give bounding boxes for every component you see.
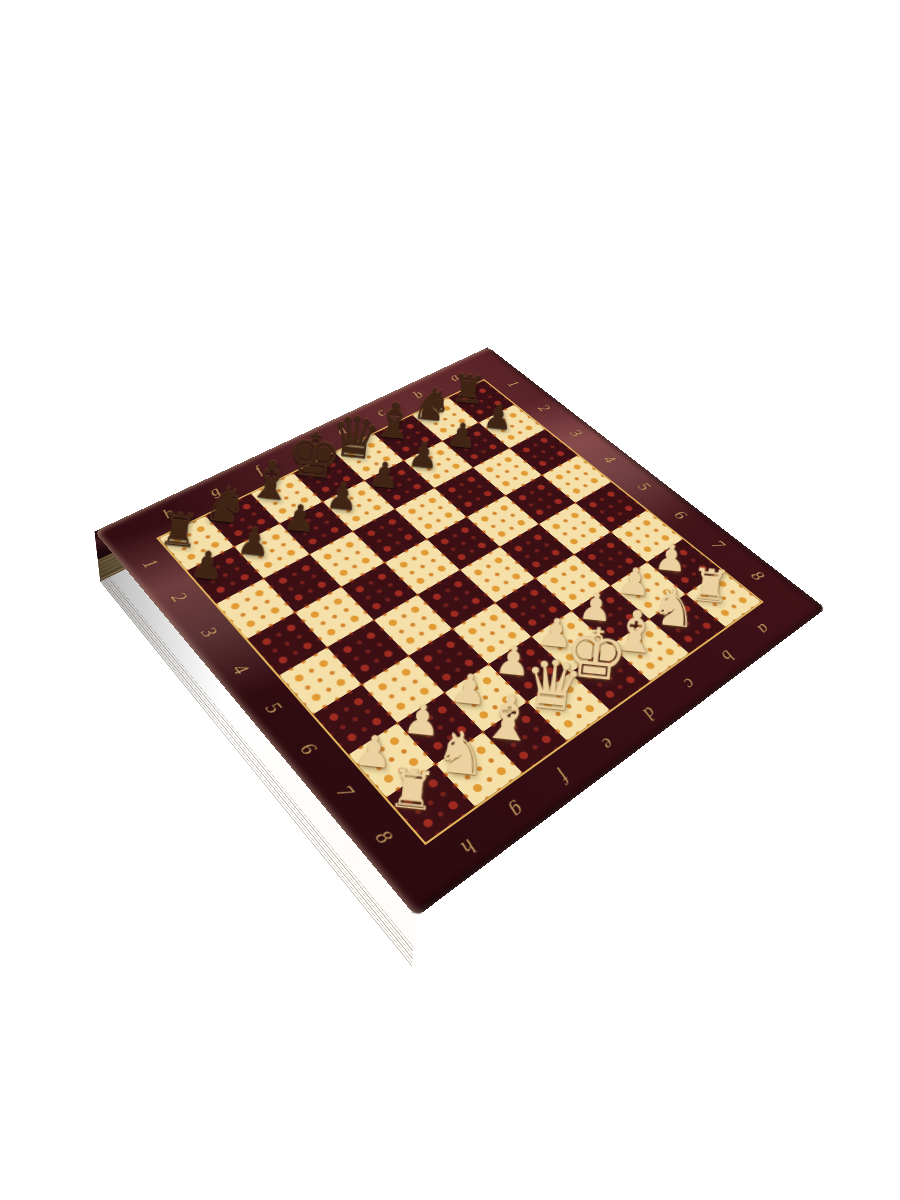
coord-file-right-a: a [752, 620, 775, 639]
coord-rank-bottom-2: 2 [166, 589, 192, 606]
piece-black-pawn-f2: ♟ [281, 499, 317, 539]
piece-black-pawn-a2: ♟ [482, 399, 515, 435]
piece-black-pawn-h2: ♟ [188, 545, 226, 587]
piece-white-pawn-b7: ♟ [616, 561, 653, 602]
coord-rank-top-5: 5 [634, 480, 654, 493]
coord-rank-top-8: 8 [747, 568, 768, 583]
coord-file-right-d: d [638, 703, 662, 724]
coord-rank-bottom-7: 7 [331, 781, 359, 803]
play-area: ♜♟♟♜♞♟♟♞♝♟♟♝♛♟♟♚♚♟♟♛♝♟♟♝♞♟♟♞♜♟♟♜ [156, 379, 764, 845]
coord-rank-bottom-4: 4 [227, 660, 253, 678]
coord-rank-top-7: 7 [708, 538, 729, 553]
product-photo-stage: ♜♟♟♜♞♟♟♞♝♟♟♝♛♟♟♚♚♟♟♛♝♟♟♝♞♟♟♞♜♟♟♜ aa11bb2… [0, 0, 900, 1200]
piece-white-pawn-h7: ♟ [352, 728, 395, 775]
coord-file-right-e: e [596, 733, 620, 755]
coord-rank-top-6: 6 [670, 508, 690, 522]
coord-file-right-c: c [678, 674, 701, 694]
piece-white-knight-g8: ♞ [433, 721, 491, 785]
piece-black-pawn-c2: ♟ [407, 437, 441, 474]
coord-file-right-b: b [716, 646, 740, 665]
chess-box-3d-scene: ♜♟♟♜♞♟♟♞♝♟♟♝♛♟♟♚♚♟♟♛♝♟♟♝♞♟♟♞♜♟♟♜ aa11bb2… [94, 347, 825, 917]
chess-box: ♜♟♟♜♞♟♟♞♝♟♟♝♛♟♟♚♚♟♟♛♝♟♟♝♞♟♟♞♜♟♟♜ aa11bb2… [174, 284, 746, 856]
coord-file-right-g: g [505, 799, 531, 823]
coord-rank-bottom-8: 8 [370, 826, 398, 849]
piece-black-pawn-b2: ♟ [445, 418, 478, 455]
piece-white-pawn-a7: ♟ [653, 538, 689, 578]
board-top-face: ♜♟♟♜♞♟♟♞♝♟♟♝♛♟♟♚♚♟♟♛♝♟♟♝♞♟♟♞♜♟♟♜ aa11bb2… [94, 347, 825, 917]
coord-file-right-h: h [456, 834, 482, 860]
piece-black-rook-a1: ♜ [449, 368, 488, 411]
coord-rank-top-1: 1 [503, 378, 522, 389]
coord-rank-top-2: 2 [534, 402, 553, 414]
coord-rank-bottom-1: 1 [138, 556, 163, 572]
coord-rank-bottom-3: 3 [196, 624, 222, 641]
piece-black-pawn-e2: ♟ [325, 477, 361, 516]
piece-black-pawn-g2: ♟ [236, 521, 273, 562]
coord-rank-bottom-6: 6 [295, 739, 322, 760]
coord-rank-top-4: 4 [599, 453, 619, 466]
coord-rank-top-3: 3 [566, 427, 586, 439]
coord-file-right-f: f [553, 766, 575, 787]
coord-rank-bottom-5: 5 [260, 698, 287, 718]
piece-white-rook-h8: ♜ [385, 761, 439, 820]
piece-black-pawn-d2: ♟ [367, 457, 402, 495]
